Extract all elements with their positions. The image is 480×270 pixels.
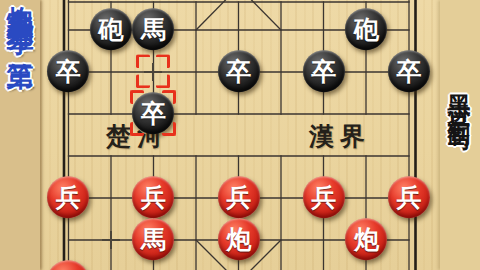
red-piece-馬[interactable]: 馬 — [132, 218, 174, 260]
black-piece-卒[interactable]: 卒 — [218, 50, 260, 92]
series-title-vertical-text: 炮盘头马系列分享 第三 — [2, 0, 38, 47]
black-piece-卒[interactable]: 卒 — [47, 50, 89, 92]
red-piece-兵[interactable]: 兵 — [218, 176, 260, 218]
left-caption-column: 炮盘头马系列分享 第三 — [0, 0, 40, 270]
black-piece-馬[interactable]: 馬 — [132, 8, 174, 50]
right-caption-column: 黑进三足制马 — [440, 0, 480, 270]
black-piece-砲[interactable]: 砲 — [90, 8, 132, 50]
red-piece-兵[interactable]: 兵 — [303, 176, 345, 218]
move-comment-vertical-text: 黑进三足制马 — [445, 76, 476, 118]
red-piece-partial[interactable] — [47, 260, 89, 270]
red-piece-炮[interactable]: 炮 — [345, 218, 387, 260]
black-piece-卒[interactable]: 卒 — [303, 50, 345, 92]
last-move-marker — [130, 90, 176, 136]
red-piece-兵[interactable]: 兵 — [47, 176, 89, 218]
red-piece-兵[interactable]: 兵 — [132, 176, 174, 218]
board-point-marker — [102, 231, 120, 249]
piece-grid: 砲馬砲卒卒卒卒卒兵兵兵兵兵馬炮炮 — [47, 9, 431, 270]
red-piece-炮[interactable]: 炮 — [218, 218, 260, 260]
black-piece-卒[interactable]: 卒 — [388, 50, 430, 92]
board-point-marker — [144, 63, 162, 81]
black-piece-砲[interactable]: 砲 — [345, 8, 387, 50]
red-piece-兵[interactable]: 兵 — [388, 176, 430, 218]
xiangqi-app-frame: 楚河 漢界 砲馬砲卒卒卒卒卒兵兵兵兵兵馬炮炮 炮盘头马系列分享 第三 黑进三足制… — [0, 0, 480, 270]
